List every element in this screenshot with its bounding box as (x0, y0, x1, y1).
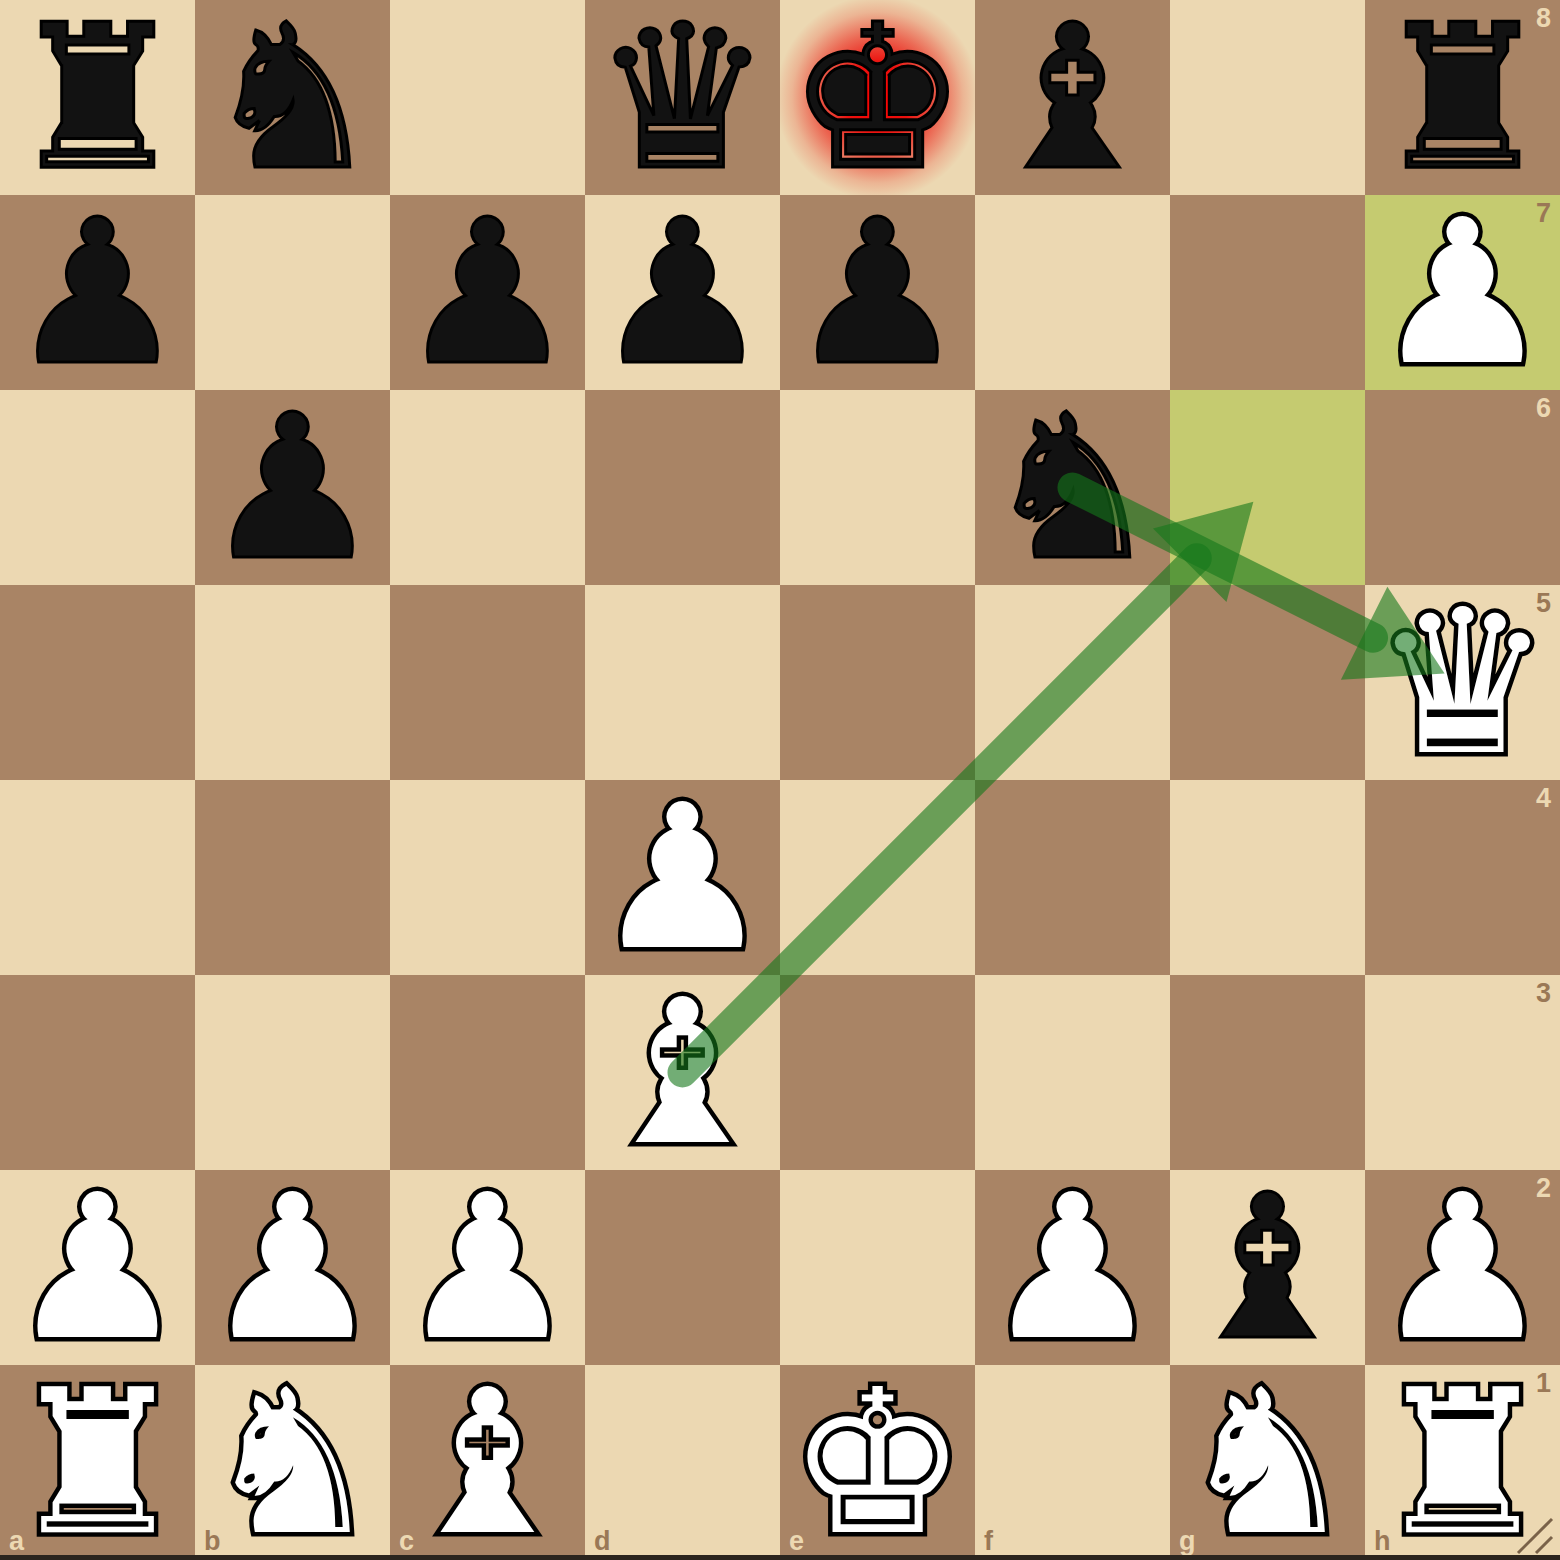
square-b5[interactable] (195, 585, 390, 780)
square-c5[interactable] (390, 585, 585, 780)
piece-fill: ♚ (788, 1363, 967, 1560)
piece-white-pawn[interactable]: ♟♟ (390, 1170, 585, 1365)
piece-white-queen[interactable]: ♛♛ (1365, 585, 1560, 780)
piece-fill: ♟ (203, 1168, 382, 1368)
piece-white-knight[interactable]: ♞♞ (195, 1365, 390, 1560)
square-c6[interactable] (390, 390, 585, 585)
square-a1[interactable]: ♜♜a (0, 1365, 195, 1560)
square-e4[interactable] (780, 780, 975, 975)
coord-file-a: a (9, 1526, 24, 1557)
piece-black-rook[interactable]: ♜ (1365, 0, 1560, 195)
coord-rank-6: 6 (1536, 393, 1551, 424)
square-c7[interactable]: ♟ (390, 195, 585, 390)
piece-white-pawn[interactable]: ♟♟ (585, 780, 780, 975)
bottom-edge (0, 1555, 1560, 1560)
coord-file-f: f (984, 1526, 993, 1557)
square-b6[interactable]: ♟ (195, 390, 390, 585)
square-a3[interactable] (0, 975, 195, 1170)
piece-white-bishop[interactable]: ♝♝ (390, 1365, 585, 1560)
coord-file-d: d (594, 1526, 611, 1557)
square-h2[interactable]: ♟♟2 (1365, 1170, 1560, 1365)
piece-white-pawn[interactable]: ♟♟ (0, 1170, 195, 1365)
piece-white-pawn[interactable]: ♟♟ (1365, 195, 1560, 390)
square-f4[interactable] (975, 780, 1170, 975)
coord-rank-3: 3 (1536, 978, 1551, 1009)
square-a8[interactable]: ♜ (0, 0, 195, 195)
piece-fill: ♜ (1373, 0, 1552, 198)
square-e6[interactable] (780, 390, 975, 585)
coord-rank-8: 8 (1536, 3, 1551, 34)
piece-fill: ♞ (1178, 1363, 1357, 1560)
square-c2[interactable]: ♟♟ (390, 1170, 585, 1365)
piece-white-bishop[interactable]: ♝♝ (585, 975, 780, 1170)
square-f8[interactable]: ♝ (975, 0, 1170, 195)
piece-black-pawn[interactable]: ♟ (780, 195, 975, 390)
piece-fill: ♝ (398, 1363, 577, 1560)
coord-rank-2: 2 (1536, 1173, 1551, 1204)
coord-rank-5: 5 (1536, 588, 1551, 619)
square-g1[interactable]: ♞♞g (1170, 1365, 1365, 1560)
square-e2[interactable] (780, 1170, 975, 1365)
piece-black-knight[interactable]: ♞ (195, 0, 390, 195)
piece-black-pawn[interactable]: ♟ (390, 195, 585, 390)
piece-fill: ♞ (203, 0, 382, 198)
square-f7[interactable] (975, 195, 1170, 390)
square-a4[interactable] (0, 780, 195, 975)
piece-fill: ♟ (788, 193, 967, 393)
coord-file-g: g (1179, 1526, 1196, 1557)
piece-fill: ♟ (398, 1168, 577, 1368)
coord-file-c: c (399, 1526, 414, 1557)
square-b3[interactable] (195, 975, 390, 1170)
square-f1[interactable]: f (975, 1365, 1170, 1560)
square-b2[interactable]: ♟♟ (195, 1170, 390, 1365)
square-a2[interactable]: ♟♟ (0, 1170, 195, 1365)
square-a7[interactable]: ♟ (0, 195, 195, 390)
square-b1[interactable]: ♞♞b (195, 1365, 390, 1560)
piece-white-rook[interactable]: ♜♜ (1365, 1365, 1560, 1560)
square-e3[interactable] (780, 975, 975, 1170)
piece-fill: ♟ (1373, 193, 1552, 393)
piece-white-pawn[interactable]: ♟♟ (195, 1170, 390, 1365)
piece-black-pawn[interactable]: ♟ (0, 195, 195, 390)
piece-white-rook[interactable]: ♜♜ (0, 1365, 195, 1560)
coord-rank-1: 1 (1536, 1368, 1551, 1399)
square-d7[interactable]: ♟ (585, 195, 780, 390)
square-f6[interactable]: ♞ (975, 390, 1170, 585)
piece-black-bishop[interactable]: ♝ (975, 0, 1170, 195)
piece-black-pawn[interactable]: ♟ (585, 195, 780, 390)
square-d6[interactable] (585, 390, 780, 585)
square-c3[interactable] (390, 975, 585, 1170)
square-h3[interactable]: 3 (1365, 975, 1560, 1170)
square-c1[interactable]: ♝♝c (390, 1365, 585, 1560)
piece-fill: ♟ (593, 193, 772, 393)
square-a5[interactable] (0, 585, 195, 780)
square-g4[interactable] (1170, 780, 1365, 975)
piece-black-rook[interactable]: ♜ (0, 0, 195, 195)
piece-fill: ♟ (8, 193, 187, 393)
square-g7[interactable] (1170, 195, 1365, 390)
piece-fill: ♟ (983, 1168, 1162, 1368)
piece-black-knight[interactable]: ♞ (975, 390, 1170, 585)
square-h5[interactable]: ♛♛5 (1365, 585, 1560, 780)
piece-fill: ♛ (1373, 583, 1552, 783)
piece-fill: ♟ (593, 778, 772, 978)
square-g5[interactable] (1170, 585, 1365, 780)
piece-white-pawn[interactable]: ♟♟ (1365, 1170, 1560, 1365)
square-a6[interactable] (0, 390, 195, 585)
square-b8[interactable]: ♞ (195, 0, 390, 195)
square-g3[interactable] (1170, 975, 1365, 1170)
coord-rank-7: 7 (1536, 198, 1551, 229)
piece-fill: ♝ (593, 973, 772, 1173)
piece-white-king[interactable]: ♚♚ (780, 1365, 975, 1560)
square-d3[interactable]: ♝♝ (585, 975, 780, 1170)
square-f2[interactable]: ♟♟ (975, 1170, 1170, 1365)
square-h6[interactable]: 6 (1365, 390, 1560, 585)
square-e8[interactable]: ♚ (780, 0, 975, 195)
piece-fill: ♞ (203, 1363, 382, 1560)
coord-rank-4: 4 (1536, 783, 1551, 814)
square-c8[interactable] (390, 0, 585, 195)
piece-fill: ♜ (8, 1363, 187, 1560)
square-g6[interactable] (1170, 390, 1365, 585)
board[interactable]: ♜♞♛♚♝♜8♟♟♟♟♟♟7♟♞6♛♛5♟♟4♝♝3♟♟♟♟♟♟♟♟♝♟♟2♜♜… (0, 0, 1560, 1560)
piece-fill: ♝ (983, 0, 1162, 198)
square-d5[interactable] (585, 585, 780, 780)
piece-black-queen[interactable]: ♛ (585, 0, 780, 195)
piece-black-pawn[interactable]: ♟ (195, 390, 390, 585)
piece-black-king[interactable]: ♚ (780, 0, 975, 195)
piece-white-knight[interactable]: ♞♞ (1170, 1365, 1365, 1560)
piece-white-pawn[interactable]: ♟♟ (975, 1170, 1170, 1365)
square-g8[interactable] (1170, 0, 1365, 195)
square-b7[interactable] (195, 195, 390, 390)
square-f5[interactable] (975, 585, 1170, 780)
square-h8[interactable]: ♜8 (1365, 0, 1560, 195)
piece-fill: ♜ (1373, 1363, 1552, 1560)
square-g2[interactable]: ♝ (1170, 1170, 1365, 1365)
piece-fill: ♟ (398, 193, 577, 393)
chess-board-app: ♜♞♛♚♝♜8♟♟♟♟♟♟7♟♞6♛♛5♟♟4♝♝3♟♟♟♟♟♟♟♟♝♟♟2♜♜… (0, 0, 1560, 1560)
coord-file-h: h (1374, 1526, 1391, 1557)
piece-fill: ♜ (8, 0, 187, 198)
piece-fill: ♞ (983, 388, 1162, 588)
square-h4[interactable]: 4 (1365, 780, 1560, 975)
square-c4[interactable] (390, 780, 585, 975)
piece-fill: ♟ (1373, 1168, 1552, 1368)
square-e1[interactable]: ♚♚e (780, 1365, 975, 1560)
square-f3[interactable] (975, 975, 1170, 1170)
piece-black-bishop[interactable]: ♝ (1170, 1170, 1365, 1365)
square-d8[interactable]: ♛ (585, 0, 780, 195)
coord-file-e: e (789, 1526, 804, 1557)
square-h1[interactable]: ♜♜1h (1365, 1365, 1560, 1560)
piece-fill: ♛ (593, 0, 772, 198)
square-e5[interactable] (780, 585, 975, 780)
piece-fill: ♚ (788, 0, 967, 198)
square-d4[interactable]: ♟♟ (585, 780, 780, 975)
square-h7[interactable]: ♟♟7 (1365, 195, 1560, 390)
square-e7[interactable]: ♟ (780, 195, 975, 390)
square-b4[interactable] (195, 780, 390, 975)
piece-fill: ♝ (1178, 1168, 1357, 1368)
piece-fill: ♟ (8, 1168, 187, 1368)
square-d1[interactable]: d (585, 1365, 780, 1560)
coord-file-b: b (204, 1526, 221, 1557)
square-d2[interactable] (585, 1170, 780, 1365)
piece-fill: ♟ (203, 388, 382, 588)
